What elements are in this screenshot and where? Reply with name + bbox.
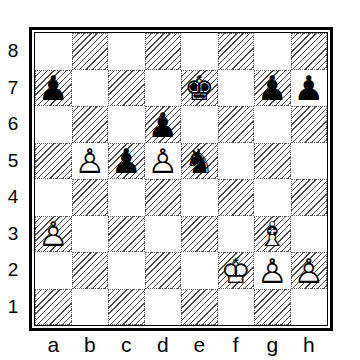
piece-white-pawn-h2: ♙ <box>291 252 328 289</box>
white-bishop-fill: ♝ <box>254 216 291 253</box>
square-g1[interactable] <box>254 289 291 326</box>
square-f6[interactable] <box>218 106 255 143</box>
square-h7[interactable]: ♟ <box>291 70 328 107</box>
board-frame: ♟♚♟♟♟♟♙♟♟♙♞♟♙♝♗♚♔♟♙♟♙ <box>29 27 333 331</box>
square-a3[interactable]: ♟♙ <box>35 216 72 253</box>
piece-black-pawn-c5: ♟ <box>108 143 145 180</box>
piece-white-bishop-g3: ♗ <box>254 216 291 253</box>
square-d4[interactable] <box>145 179 182 216</box>
square-h3[interactable] <box>291 216 328 253</box>
board-grid: ♟♚♟♟♟♟♙♟♟♙♞♟♙♝♗♚♔♟♙♟♙ <box>35 33 327 325</box>
white-pawn-fill: ♟ <box>254 252 291 289</box>
file-label-f: f <box>218 332 255 358</box>
square-f4[interactable] <box>218 179 255 216</box>
rank-label-3: 3 <box>0 216 26 253</box>
piece-black-king-e7: ♚ <box>181 70 218 107</box>
rank-label-1: 1 <box>0 289 26 326</box>
square-e5[interactable]: ♞ <box>181 143 218 180</box>
square-d7[interactable] <box>145 70 182 107</box>
square-e1[interactable] <box>181 289 218 326</box>
square-f1[interactable] <box>218 289 255 326</box>
square-d8[interactable] <box>145 33 182 70</box>
square-b6[interactable] <box>72 106 109 143</box>
piece-black-pawn-g7: ♟ <box>254 70 291 107</box>
square-g6[interactable] <box>254 106 291 143</box>
square-h6[interactable] <box>291 106 328 143</box>
square-a6[interactable] <box>35 106 72 143</box>
square-f5[interactable] <box>218 143 255 180</box>
rank-label-2: 2 <box>0 252 26 289</box>
rank-label-7: 7 <box>0 70 26 107</box>
square-g2[interactable]: ♟♙ <box>254 252 291 289</box>
square-f2[interactable]: ♚♔ <box>218 252 255 289</box>
piece-white-pawn-d5: ♙ <box>145 143 182 180</box>
square-c4[interactable] <box>108 179 145 216</box>
file-label-h: h <box>291 332 328 358</box>
square-g3[interactable]: ♝♗ <box>254 216 291 253</box>
piece-white-king-f2: ♔ <box>218 252 255 289</box>
square-a5[interactable] <box>35 143 72 180</box>
square-a2[interactable] <box>35 252 72 289</box>
white-pawn-fill: ♟ <box>145 143 182 180</box>
square-e8[interactable] <box>181 33 218 70</box>
square-h1[interactable] <box>291 289 328 326</box>
square-d2[interactable] <box>145 252 182 289</box>
piece-black-knight-e5: ♞ <box>181 143 218 180</box>
file-label-d: d <box>145 332 182 358</box>
square-h8[interactable] <box>291 33 328 70</box>
piece-black-pawn-a7: ♟ <box>35 70 72 107</box>
piece-white-pawn-b5: ♙ <box>72 143 109 180</box>
square-c1[interactable] <box>108 289 145 326</box>
rank-labels: 87654321 <box>0 33 26 325</box>
square-e7[interactable]: ♚ <box>181 70 218 107</box>
square-e3[interactable] <box>181 216 218 253</box>
square-h5[interactable] <box>291 143 328 180</box>
file-label-b: b <box>72 332 109 358</box>
square-e6[interactable] <box>181 106 218 143</box>
square-a7[interactable]: ♟ <box>35 70 72 107</box>
piece-white-pawn-a3: ♙ <box>35 216 72 253</box>
square-b5[interactable]: ♟♙ <box>72 143 109 180</box>
file-label-c: c <box>108 332 145 358</box>
square-b1[interactable] <box>72 289 109 326</box>
square-b4[interactable] <box>72 179 109 216</box>
square-b7[interactable] <box>72 70 109 107</box>
piece-black-pawn-h7: ♟ <box>291 70 328 107</box>
piece-black-pawn-d6: ♟ <box>145 106 182 143</box>
square-c3[interactable] <box>108 216 145 253</box>
white-pawn-fill: ♟ <box>72 143 109 180</box>
square-c5[interactable]: ♟ <box>108 143 145 180</box>
rank-label-6: 6 <box>0 106 26 143</box>
square-d1[interactable] <box>145 289 182 326</box>
square-f3[interactable] <box>218 216 255 253</box>
square-c6[interactable] <box>108 106 145 143</box>
white-pawn-fill: ♟ <box>291 252 328 289</box>
square-b2[interactable] <box>72 252 109 289</box>
square-f8[interactable] <box>218 33 255 70</box>
file-label-a: a <box>35 332 72 358</box>
board-inner-frame: ♟♚♟♟♟♟♙♟♟♙♞♟♙♝♗♚♔♟♙♟♙ <box>34 32 328 326</box>
rank-label-5: 5 <box>0 143 26 180</box>
square-e2[interactable] <box>181 252 218 289</box>
square-h2[interactable]: ♟♙ <box>291 252 328 289</box>
square-a1[interactable] <box>35 289 72 326</box>
file-label-g: g <box>254 332 291 358</box>
file-label-e: e <box>181 332 218 358</box>
square-c2[interactable] <box>108 252 145 289</box>
square-a8[interactable] <box>35 33 72 70</box>
square-g7[interactable]: ♟ <box>254 70 291 107</box>
rank-label-4: 4 <box>0 179 26 216</box>
chess-diagram: 87654321 ♟♚♟♟♟♟♙♟♟♙♞♟♙♝♗♚♔♟♙♟♙ abcdefgh <box>0 0 360 360</box>
square-d6[interactable]: ♟ <box>145 106 182 143</box>
square-e4[interactable] <box>181 179 218 216</box>
square-h4[interactable] <box>291 179 328 216</box>
square-a4[interactable] <box>35 179 72 216</box>
rank-label-8: 8 <box>0 33 26 70</box>
square-d3[interactable] <box>145 216 182 253</box>
square-g5[interactable] <box>254 143 291 180</box>
square-c7[interactable] <box>108 70 145 107</box>
piece-white-pawn-g2: ♙ <box>254 252 291 289</box>
square-g8[interactable] <box>254 33 291 70</box>
square-b3[interactable] <box>72 216 109 253</box>
white-king-fill: ♚ <box>218 252 255 289</box>
square-b8[interactable] <box>72 33 109 70</box>
square-d5[interactable]: ♟♙ <box>145 143 182 180</box>
file-labels: abcdefgh <box>35 332 327 358</box>
square-g4[interactable] <box>254 179 291 216</box>
white-pawn-fill: ♟ <box>35 216 72 253</box>
square-f7[interactable] <box>218 70 255 107</box>
square-c8[interactable] <box>108 33 145 70</box>
